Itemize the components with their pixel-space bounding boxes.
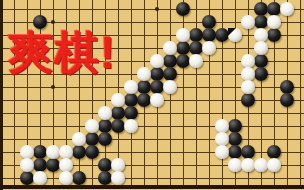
black-stone[interactable]	[72, 145, 86, 159]
white-stone[interactable]	[98, 106, 112, 120]
black-stone[interactable]	[202, 28, 216, 42]
black-stone[interactable]	[111, 106, 125, 120]
white-stone[interactable]	[215, 119, 229, 133]
black-stone[interactable]	[124, 106, 138, 120]
board-left-edge	[0, 0, 3, 190]
white-stone[interactable]	[33, 171, 47, 185]
white-stone[interactable]	[85, 119, 99, 133]
white-stone[interactable]	[241, 54, 255, 68]
black-stone[interactable]	[267, 28, 281, 42]
black-stone[interactable]	[189, 41, 203, 55]
white-stone[interactable]	[241, 67, 255, 81]
grid-line-horizontal	[0, 113, 304, 114]
black-stone[interactable]	[280, 80, 294, 94]
black-stone[interactable]	[163, 67, 177, 81]
black-stone[interactable]	[124, 93, 138, 107]
white-stone[interactable]	[215, 145, 229, 159]
black-stone[interactable]	[254, 2, 268, 16]
black-stone[interactable]	[137, 93, 151, 107]
grid-line-vertical	[170, 0, 171, 188]
black-stone[interactable]	[72, 171, 86, 185]
go-board[interactable]: 爽棋!	[0, 0, 304, 190]
white-stone[interactable]	[20, 145, 34, 159]
white-stone[interactable]	[267, 15, 281, 29]
black-stone[interactable]	[33, 145, 47, 159]
triangle-marker	[228, 28, 236, 36]
white-stone[interactable]	[59, 158, 73, 172]
black-stone[interactable]	[111, 119, 125, 133]
black-stone[interactable]	[254, 15, 268, 29]
black-stone[interactable]	[228, 145, 242, 159]
black-stone[interactable]	[176, 41, 190, 55]
white-stone[interactable]	[189, 54, 203, 68]
black-stone[interactable]	[150, 80, 164, 94]
black-stone[interactable]	[33, 158, 47, 172]
black-stone[interactable]	[202, 15, 216, 29]
black-stone[interactable]	[189, 28, 203, 42]
white-stone[interactable]	[241, 80, 255, 94]
white-stone[interactable]	[20, 158, 34, 172]
white-stone[interactable]	[202, 41, 216, 55]
black-stone[interactable]	[163, 54, 177, 68]
white-stone[interactable]	[111, 171, 125, 185]
black-stone[interactable]	[254, 67, 268, 81]
black-stone[interactable]	[137, 80, 151, 94]
white-stone[interactable]	[124, 80, 138, 94]
star-point	[51, 85, 55, 89]
white-stone[interactable]	[176, 28, 190, 42]
black-stone[interactable]	[267, 2, 281, 16]
black-stone[interactable]	[98, 132, 112, 146]
black-stone[interactable]	[254, 54, 268, 68]
white-stone[interactable]	[215, 132, 229, 146]
white-stone[interactable]	[228, 158, 242, 172]
black-stone[interactable]	[267, 145, 281, 159]
white-stone[interactable]	[267, 158, 281, 172]
black-stone[interactable]	[280, 93, 294, 107]
grid-line-horizontal	[0, 126, 304, 127]
black-stone[interactable]	[176, 2, 190, 16]
black-stone[interactable]	[98, 171, 112, 185]
white-stone[interactable]	[111, 93, 125, 107]
black-stone[interactable]	[241, 93, 255, 107]
black-stone[interactable]	[241, 145, 255, 159]
white-stone[interactable]	[254, 158, 268, 172]
grid-line-horizontal	[0, 139, 304, 140]
black-stone[interactable]	[228, 119, 242, 133]
caption-overlay: 爽棋!	[8, 30, 158, 75]
white-stone[interactable]	[72, 132, 86, 146]
board-bottom-edge	[0, 185, 304, 189]
white-stone[interactable]	[124, 119, 138, 133]
black-stone[interactable]	[46, 158, 60, 172]
black-stone[interactable]	[98, 119, 112, 133]
white-stone[interactable]	[163, 41, 177, 55]
white-stone[interactable]	[59, 145, 73, 159]
white-stone[interactable]	[150, 93, 164, 107]
grid-line-vertical	[300, 0, 301, 188]
white-stone[interactable]	[241, 15, 255, 29]
black-stone[interactable]	[228, 132, 242, 146]
white-stone[interactable]	[254, 41, 268, 55]
star-point	[155, 7, 159, 11]
black-stone[interactable]	[20, 171, 34, 185]
white-stone[interactable]	[59, 171, 73, 185]
black-stone[interactable]	[176, 54, 190, 68]
white-stone[interactable]	[254, 28, 268, 42]
white-stone[interactable]	[163, 80, 177, 94]
black-stone[interactable]	[85, 145, 99, 159]
white-stone[interactable]	[280, 2, 294, 16]
black-stone[interactable]	[85, 132, 99, 146]
white-stone[interactable]	[46, 145, 60, 159]
black-stone[interactable]	[215, 28, 229, 42]
white-stone[interactable]	[111, 158, 125, 172]
black-stone[interactable]	[98, 158, 112, 172]
white-stone[interactable]	[241, 158, 255, 172]
star-point	[51, 20, 55, 24]
